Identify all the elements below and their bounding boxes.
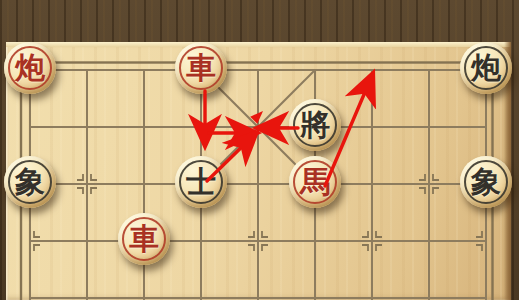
xiangqi-game-screen: 炮車炮將象士馬象車	[0, 0, 519, 300]
move-arrows-overlay	[0, 0, 519, 300]
loose-arrowhead	[250, 107, 266, 123]
move-arrow	[325, 78, 371, 186]
move-arrow	[207, 136, 253, 181]
